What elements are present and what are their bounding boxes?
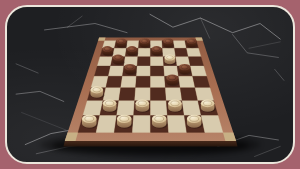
light-piece[interactable] — [201, 99, 216, 112]
dark-piece[interactable] — [166, 74, 179, 86]
square-r2c0[interactable] — [97, 57, 112, 66]
square-r7c5[interactable] — [167, 116, 186, 133]
square-r4c1[interactable] — [106, 76, 123, 88]
light-piece[interactable] — [90, 86, 104, 98]
square-r5c5[interactable] — [165, 88, 182, 101]
square-r5c2[interactable] — [119, 88, 136, 101]
light-piece[interactable] — [187, 115, 203, 129]
square-r4c6[interactable] — [179, 76, 196, 88]
light-piece[interactable] — [82, 115, 98, 129]
square-r3c4[interactable] — [150, 66, 164, 76]
square-r2c4[interactable] — [150, 57, 163, 66]
square-r3c3[interactable] — [136, 66, 150, 76]
square-r4c4[interactable] — [150, 76, 165, 88]
square-r5c6[interactable] — [180, 88, 198, 101]
square-r2c3[interactable] — [137, 57, 150, 66]
square-r1c7[interactable] — [187, 48, 201, 56]
square-r5c1[interactable] — [103, 88, 121, 101]
square-r5c3[interactable] — [135, 88, 151, 101]
square-r4c2[interactable] — [121, 76, 137, 88]
frame-corner-block — [195, 37, 202, 40]
square-r6c4[interactable] — [150, 101, 167, 116]
board-edge — [63, 141, 237, 147]
square-r1c6[interactable] — [174, 48, 188, 56]
checkers-board-scene — [7, 7, 293, 162]
light-piece[interactable] — [152, 115, 168, 129]
square-r7c1[interactable] — [96, 116, 117, 133]
square-r2c7[interactable] — [188, 57, 203, 66]
square-r3c1[interactable] — [108, 66, 124, 76]
square-r5c4[interactable] — [150, 88, 166, 101]
frame-corner-block — [98, 37, 105, 40]
square-r4c3[interactable] — [136, 76, 151, 88]
marble-table-surface — [5, 5, 295, 164]
square-r6c2[interactable] — [117, 101, 135, 116]
light-piece[interactable] — [103, 99, 118, 112]
light-piece[interactable] — [136, 99, 151, 112]
square-r3c7[interactable] — [190, 66, 206, 76]
light-piece[interactable] — [168, 99, 183, 112]
square-r3c0[interactable] — [94, 66, 110, 76]
square-r1c3[interactable] — [138, 48, 151, 56]
square-r0c6[interactable] — [173, 41, 186, 49]
app-window — [0, 0, 300, 169]
square-r7c3[interactable] — [132, 116, 150, 133]
light-piece[interactable] — [117, 115, 133, 129]
